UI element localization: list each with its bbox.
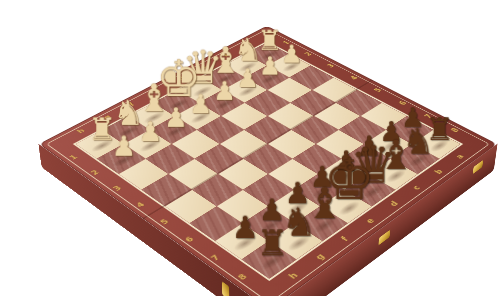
file-label-bottom-g: g: [314, 253, 327, 262]
brass-clasp-icon: [222, 281, 229, 296]
chess-set-scene: ♜♞♝♛♚♝♞♜♟♟♟♟♟♟♟♟♟♟♟♟♟♟♟♟♜♞♝♛♚♝♞♜ 1122334…: [0, 0, 500, 296]
piece-white-pawn-f2: ♟: [164, 104, 188, 131]
chess-board: ♜♞♝♛♚♝♞♜♟♟♟♟♟♟♟♟♟♟♟♟♟♟♟♟♜♞♝♛♚♝♞♜ 1122334…: [39, 26, 497, 296]
file-label-bottom-c: c: [411, 184, 422, 191]
rank-label-right-5: 5: [373, 88, 383, 94]
piece-white-pawn-b2: ♟: [259, 53, 281, 78]
piece-white-pawn-c2: ♟: [236, 65, 259, 90]
rank-label-left-4: 4: [135, 201, 146, 208]
file-label-top-h: h: [76, 128, 87, 134]
piece-black-pawn-h7: ♟: [232, 212, 259, 242]
piece-white-pawn-g2: ♟: [138, 118, 162, 145]
rank-label-right-3: 3: [326, 63, 336, 68]
rank-label-right-2: 2: [304, 52, 314, 57]
board-squares-grid: ♜♞♝♛♚♝♞♜♟♟♟♟♟♟♟♟♟♟♟♟♟♟♟♟♜♞♝♛♚♝♞♜: [73, 41, 463, 281]
rank-label-right-4: 4: [349, 75, 359, 81]
rank-label-left-8: 8: [236, 273, 249, 282]
file-label-bottom-f: f: [340, 236, 350, 243]
file-label-bottom-e: e: [365, 217, 377, 225]
rank-label-left-3: 3: [112, 185, 123, 192]
rank-label-left-5: 5: [159, 218, 171, 226]
rank-label-left-1: 1: [68, 154, 79, 161]
piece-white-pawn-e2: ♟: [189, 91, 212, 117]
brass-hinge-icon: [473, 160, 484, 174]
product-photo-canvas: ♜♞♝♛♚♝♞♜♟♟♟♟♟♟♟♟♟♟♟♟♟♟♟♟♜♞♝♛♚♝♞♜ 1122334…: [0, 0, 500, 296]
rank-label-left-2: 2: [90, 169, 101, 176]
file-label-bottom-a: a: [455, 153, 466, 160]
brass-clasp-icon: [379, 229, 391, 245]
file-label-bottom-b: b: [433, 168, 445, 175]
piece-white-pawn-a2: ♟: [281, 42, 303, 66]
piece-white-pawn-d2: ♟: [213, 78, 236, 104]
file-label-bottom-h: h: [287, 272, 300, 281]
file-label-bottom-d: d: [388, 200, 400, 208]
rank-label-left-7: 7: [210, 254, 222, 262]
rank-label-left-6: 6: [184, 236, 196, 244]
piece-black-rook-h8: ♜: [257, 226, 289, 261]
piece-white-pawn-h2: ♟: [112, 132, 137, 160]
